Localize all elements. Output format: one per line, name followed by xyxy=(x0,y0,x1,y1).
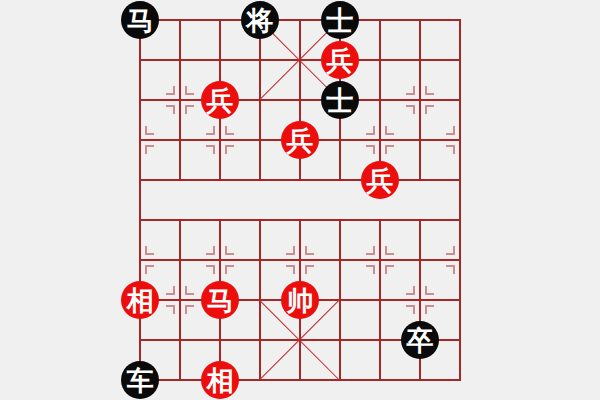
piece-black-advisor[interactable]: 士 xyxy=(321,1,359,39)
point-marker xyxy=(425,86,434,95)
point-marker xyxy=(366,265,375,274)
point-marker xyxy=(425,286,434,295)
piece-black-chariot[interactable]: 车 xyxy=(121,361,159,399)
point-marker xyxy=(145,126,154,135)
point-marker xyxy=(206,246,215,255)
piece-black-advisor[interactable]: 士 xyxy=(321,81,359,119)
point-marker xyxy=(225,246,234,255)
point-marker xyxy=(166,105,175,114)
point-marker xyxy=(145,246,154,255)
piece-red-pawn[interactable]: 兵 xyxy=(281,121,319,159)
point-marker xyxy=(206,265,215,274)
point-marker xyxy=(286,246,295,255)
point-marker xyxy=(446,265,455,274)
point-marker xyxy=(206,126,215,135)
grid-cell xyxy=(179,19,219,59)
point-marker xyxy=(225,265,234,274)
point-marker xyxy=(185,286,194,295)
point-marker xyxy=(406,305,415,314)
point-marker xyxy=(385,126,394,135)
point-marker xyxy=(286,265,295,274)
point-marker xyxy=(406,86,415,95)
point-marker xyxy=(185,305,194,314)
point-marker xyxy=(206,145,215,154)
point-marker xyxy=(225,126,234,135)
river xyxy=(139,181,461,219)
point-marker xyxy=(425,105,434,114)
grid-cell xyxy=(379,19,419,59)
point-marker xyxy=(305,246,314,255)
point-marker xyxy=(425,305,434,314)
xiangqi-board: 马将士兵兵士兵兵相马帅卒车相 xyxy=(0,0,600,400)
piece-black-pawn[interactable]: 卒 xyxy=(401,321,439,359)
point-marker xyxy=(225,145,234,154)
point-marker xyxy=(166,286,175,295)
piece-red-pawn[interactable]: 兵 xyxy=(361,161,399,199)
point-marker xyxy=(305,265,314,274)
point-marker xyxy=(185,86,194,95)
piece-red-elephant[interactable]: 相 xyxy=(201,361,239,399)
point-marker xyxy=(185,105,194,114)
piece-red-pawn[interactable]: 兵 xyxy=(321,41,359,79)
point-marker xyxy=(446,126,455,135)
piece-black-general[interactable]: 将 xyxy=(241,1,279,39)
piece-red-elephant[interactable]: 相 xyxy=(121,281,159,319)
point-marker xyxy=(166,86,175,95)
piece-red-horse[interactable]: 马 xyxy=(201,281,239,319)
point-marker xyxy=(145,265,154,274)
piece-red-general[interactable]: 帅 xyxy=(281,281,319,319)
point-marker xyxy=(406,286,415,295)
point-marker xyxy=(385,265,394,274)
grid-cell xyxy=(339,339,379,379)
point-marker xyxy=(385,145,394,154)
grid-cell xyxy=(419,19,459,59)
point-marker xyxy=(366,246,375,255)
grid-cell xyxy=(339,299,379,339)
piece-black-horse[interactable]: 马 xyxy=(121,1,159,39)
point-marker xyxy=(166,305,175,314)
piece-red-pawn[interactable]: 兵 xyxy=(201,81,239,119)
point-marker xyxy=(446,145,455,154)
point-marker xyxy=(366,126,375,135)
point-marker xyxy=(406,105,415,114)
point-marker xyxy=(385,246,394,255)
point-marker xyxy=(145,145,154,154)
point-marker xyxy=(366,145,375,154)
point-marker xyxy=(446,246,455,255)
